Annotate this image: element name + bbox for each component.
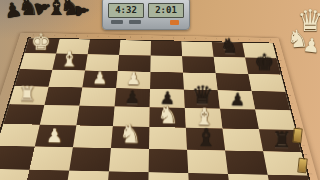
square-g3 [69,147,111,171]
brand-label [170,20,179,25]
square-g5 [149,149,189,173]
square-f5 [149,127,187,149]
square-c4: ♟ [116,71,150,89]
square-a1: ♚ [25,38,60,53]
square-g7 [225,150,268,174]
white-pawn: ♟ [126,71,141,88]
square-h7 [228,174,273,180]
square-b8: ♚ [245,58,281,75]
chess-clock: 4:32 2:01 [102,0,190,30]
square-f7 [222,129,263,151]
chess-board-frame: ♚♞♝♚♟♟♜♟♟♛♟♞♝♟♞♝♜ [0,33,320,180]
white-pawn: ♟ [46,127,63,146]
white-king: ♚ [31,31,52,54]
white-pawn: ♟ [92,70,107,87]
black-king: ♚ [254,50,275,74]
clock-right-display: 2:01 [148,3,184,18]
square-d8 [252,91,291,110]
square-a4 [119,40,151,56]
square-c3: ♟ [82,70,117,88]
square-c8 [248,74,285,92]
square-g2 [30,146,73,170]
square-h4 [107,171,149,180]
white-rook: ♜ [18,84,36,104]
black-bishop: ♝ [195,125,217,150]
square-f2: ♟ [35,125,76,147]
square-f3 [73,126,113,148]
white-knight: ♞ [119,122,142,148]
square-d3 [79,87,116,106]
square-c7 [216,73,252,91]
square-e2 [40,105,80,126]
white-bishop: ♝ [60,49,79,70]
square-g4 [109,148,149,172]
square-h6 [188,173,231,180]
black-pawn: ♟ [229,91,245,109]
clock-button-slot [129,20,141,24]
square-a6 [181,41,213,57]
board-hinge-icon [297,158,308,174]
square-b5 [150,56,183,73]
square-f6: ♝ [186,128,225,150]
square-d7: ♟ [218,90,255,109]
square-e1 [3,104,44,125]
square-h5 [148,172,189,180]
square-b1 [20,53,56,70]
square-g6 [187,149,228,173]
square-a3 [88,40,121,56]
square-h8 [268,175,314,180]
black-pawn: ♟ [124,89,140,107]
black-knight: ♞ [220,36,239,57]
square-c2 [49,70,86,88]
square-c5 [150,72,184,90]
black-rook: ♜ [272,129,292,151]
captured-white-pawn: ♟ [302,35,320,56]
captured-black-pawn: ♟ [72,2,90,19]
clock-button-slot [111,20,123,24]
square-h3 [65,170,109,180]
square-a5 [151,41,183,57]
square-f4: ♞ [111,126,149,148]
square-h1 [0,169,30,180]
board-hinge-icon [292,128,303,144]
white-knight: ♞ [157,103,179,128]
chess-board: ♚♞♝♚♟♟♜♟♟♛♟♞♝♟♞♝♜ [0,37,316,180]
video-frame: ♟♞♟♝♞♟ 4:32 2:01 ♚♞♝♚♟♟♜♟♟♛♟♞♝♟♞♝♜ ♛♞♟ [0,0,320,180]
clock-left-display: 4:32 [108,3,144,18]
square-d1: ♜ [9,86,48,105]
square-d4: ♟ [115,88,150,107]
square-b6 [182,56,215,73]
square-a7: ♞ [212,42,245,58]
square-b7 [214,57,249,74]
square-d2 [44,87,82,106]
square-b2: ♝ [52,54,87,71]
square-g1 [0,145,35,169]
square-e3 [76,106,114,127]
square-h2 [24,170,70,180]
square-e7 [220,109,259,130]
square-f1 [0,124,40,146]
square-e5: ♞ [149,107,186,128]
